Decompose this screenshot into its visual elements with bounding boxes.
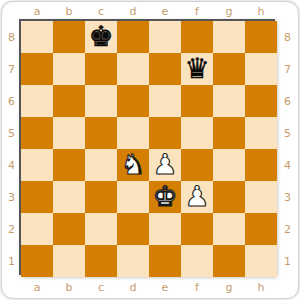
square-c2[interactable] [85, 213, 117, 245]
square-a5[interactable] [21, 117, 53, 149]
square-b5[interactable] [53, 117, 85, 149]
file-label-a: a [21, 282, 53, 293]
square-e5[interactable] [149, 117, 181, 149]
square-b6[interactable] [53, 85, 85, 117]
file-label-c: c [85, 282, 117, 293]
file-label-g: g [213, 282, 245, 293]
rank-label-6: 6 [8, 85, 15, 117]
square-f2[interactable] [181, 213, 213, 245]
chess-board-card: abcdefgh 87654321 ♚♛♞♟♚♟ 87654321 abcdef… [1, 1, 299, 299]
square-a4[interactable] [21, 149, 53, 181]
square-d2[interactable] [117, 213, 149, 245]
square-e2[interactable] [149, 213, 181, 245]
square-d3[interactable] [117, 181, 149, 213]
white-pawn[interactable]: ♟ [184, 181, 209, 213]
rank-label-1: 1 [284, 245, 291, 277]
square-c7[interactable] [85, 53, 117, 85]
file-label-h: h [245, 282, 277, 293]
square-f8[interactable] [181, 21, 213, 53]
square-f6[interactable] [181, 85, 213, 117]
square-a7[interactable] [21, 53, 53, 85]
square-d7[interactable] [117, 53, 149, 85]
rank-label-3: 3 [8, 181, 15, 213]
file-label-e: e [149, 6, 181, 17]
square-e4[interactable]: ♟ [149, 149, 181, 181]
file-label-d: d [117, 6, 149, 17]
square-f1[interactable] [181, 245, 213, 277]
chess-board: ♚♛♞♟♚♟ [19, 19, 275, 275]
file-label-f: f [181, 6, 213, 17]
square-d8[interactable] [117, 21, 149, 53]
file-label-b: b [53, 282, 85, 293]
square-c6[interactable] [85, 85, 117, 117]
white-king[interactable]: ♚ [152, 181, 177, 213]
square-g5[interactable] [213, 117, 245, 149]
square-d5[interactable] [117, 117, 149, 149]
square-f3[interactable]: ♟ [181, 181, 213, 213]
square-h5[interactable] [245, 117, 277, 149]
square-h6[interactable] [245, 85, 277, 117]
rank-label-5: 5 [284, 117, 291, 149]
rank-label-2: 2 [284, 213, 291, 245]
file-label-b: b [53, 6, 85, 17]
square-g3[interactable] [213, 181, 245, 213]
square-h3[interactable] [245, 181, 277, 213]
file-label-f: f [181, 282, 213, 293]
rank-label-2: 2 [8, 213, 15, 245]
square-h4[interactable] [245, 149, 277, 181]
square-e1[interactable] [149, 245, 181, 277]
square-c4[interactable] [85, 149, 117, 181]
square-c3[interactable] [85, 181, 117, 213]
square-a2[interactable] [21, 213, 53, 245]
rank-label-7: 7 [284, 53, 291, 85]
file-label-c: c [85, 6, 117, 17]
file-label-d: d [117, 282, 149, 293]
square-h2[interactable] [245, 213, 277, 245]
white-pawn[interactable]: ♟ [152, 149, 177, 181]
file-label-a: a [21, 6, 53, 17]
square-a8[interactable] [21, 21, 53, 53]
square-f7[interactable]: ♛ [181, 53, 213, 85]
square-c1[interactable] [85, 245, 117, 277]
rank-label-1: 1 [8, 245, 15, 277]
file-label-g: g [213, 6, 245, 17]
rank-label-4: 4 [8, 149, 15, 181]
square-c5[interactable] [85, 117, 117, 149]
rank-label-3: 3 [284, 181, 291, 213]
square-b1[interactable] [53, 245, 85, 277]
square-b3[interactable] [53, 181, 85, 213]
square-b4[interactable] [53, 149, 85, 181]
square-b7[interactable] [53, 53, 85, 85]
square-c8[interactable]: ♚ [85, 21, 117, 53]
file-label-e: e [149, 282, 181, 293]
square-d1[interactable] [117, 245, 149, 277]
square-g2[interactable] [213, 213, 245, 245]
square-d6[interactable] [117, 85, 149, 117]
square-g8[interactable] [213, 21, 245, 53]
square-b8[interactable] [53, 21, 85, 53]
file-label-h: h [245, 6, 277, 17]
black-queen[interactable]: ♛ [184, 53, 209, 85]
rank-labels-right: 87654321 [277, 21, 298, 277]
rank-label-8: 8 [284, 21, 291, 53]
rank-label-8: 8 [8, 21, 15, 53]
square-a3[interactable] [21, 181, 53, 213]
square-b2[interactable] [53, 213, 85, 245]
rank-label-6: 6 [284, 85, 291, 117]
rank-label-4: 4 [284, 149, 291, 181]
rank-label-7: 7 [8, 53, 15, 85]
rank-label-5: 5 [8, 117, 15, 149]
white-knight[interactable]: ♞ [120, 149, 145, 181]
square-f5[interactable] [181, 117, 213, 149]
square-g1[interactable] [213, 245, 245, 277]
square-h8[interactable] [245, 21, 277, 53]
square-a1[interactable] [21, 245, 53, 277]
square-g6[interactable] [213, 85, 245, 117]
square-f4[interactable] [181, 149, 213, 181]
square-e7[interactable] [149, 53, 181, 85]
square-g4[interactable] [213, 149, 245, 181]
file-labels-bottom: abcdefgh [21, 277, 277, 298]
square-h7[interactable] [245, 53, 277, 85]
square-h1[interactable] [245, 245, 277, 277]
square-e8[interactable] [149, 21, 181, 53]
square-e6[interactable] [149, 85, 181, 117]
square-e3[interactable]: ♚ [149, 181, 181, 213]
square-a6[interactable] [21, 85, 53, 117]
square-d4[interactable]: ♞ [117, 149, 149, 181]
square-g7[interactable] [213, 53, 245, 85]
black-king[interactable]: ♚ [88, 21, 113, 53]
